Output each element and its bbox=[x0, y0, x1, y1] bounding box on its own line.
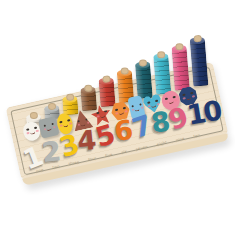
counting-board: 1 2 3 4 5 6 7 8 9 10 one two three four … bbox=[6, 62, 229, 180]
peg-icon bbox=[175, 43, 184, 51]
peg-icon bbox=[65, 94, 74, 102]
peg-icon bbox=[102, 75, 111, 83]
peg-icon bbox=[193, 35, 202, 43]
ring-stack-10 bbox=[190, 40, 209, 87]
peg-icon bbox=[156, 51, 165, 59]
peg-icon bbox=[47, 103, 56, 111]
peg-icon bbox=[120, 67, 129, 75]
peg-icon bbox=[138, 59, 147, 67]
product-photo-background: 1 2 3 4 5 6 7 8 9 10 one two three four … bbox=[0, 0, 235, 235]
number-10: 10 bbox=[185, 97, 222, 129]
peg-icon bbox=[84, 84, 93, 92]
